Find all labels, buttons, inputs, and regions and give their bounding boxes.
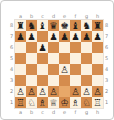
coord-label: f [70,109,81,115]
coord-label: 7 [9,31,14,42]
square-g8[interactable]: ♞ [81,20,92,31]
square-d6[interactable] [48,42,59,53]
coord-label: g [81,13,92,19]
square-b5[interactable] [26,53,37,64]
square-b6[interactable] [26,42,37,53]
square-d4[interactable] [48,64,59,75]
coord-label: 5 [9,53,14,64]
square-b7[interactable]: ♟ [26,31,37,42]
black-pawn-c6: ♟ [38,42,47,53]
square-f7[interactable]: ♟ [70,31,81,42]
coord-label: a [15,109,26,115]
square-e6[interactable] [59,42,70,53]
square-e1[interactable]: ♔ [59,97,70,108]
white-pawn-e4: ♙ [60,64,69,75]
square-f6[interactable] [70,42,81,53]
coord-label: 1 [9,97,14,108]
black-bishop-c8: ♝ [38,20,47,31]
square-h2[interactable]: ♙ [92,86,103,97]
square-g2[interactable]: ♙ [81,86,92,97]
square-a4[interactable] [15,64,26,75]
square-d2[interactable]: ♙ [48,86,59,97]
white-bishop-f1: ♗ [71,97,80,108]
square-h1[interactable]: ♖ [92,97,103,108]
white-bishop-c1: ♗ [38,97,47,108]
black-queen-d8: ♛ [49,20,58,31]
square-c5[interactable] [37,53,48,64]
square-h4[interactable] [92,64,103,75]
white-rook-a1: ♖ [16,97,25,108]
square-a6[interactable] [15,42,26,53]
square-a1[interactable]: ♖ [15,97,26,108]
black-pawn-d7: ♟ [49,31,58,42]
white-queen-d1: ♕ [49,97,58,108]
square-c8[interactable]: ♝ [37,20,48,31]
coord-label: 6 [9,42,14,53]
coord-label: d [48,109,59,115]
black-pawn-g7: ♟ [82,31,91,42]
square-d8[interactable]: ♛ [48,20,59,31]
square-h7[interactable]: ♟ [92,31,103,42]
black-rook-a8: ♜ [16,20,25,31]
coord-label: 3 [9,75,14,86]
square-f8[interactable]: ♝ [70,20,81,31]
black-pawn-e7: ♟ [60,31,69,42]
white-knight-b1: ♘ [27,97,36,108]
white-knight-g1: ♘ [82,97,91,108]
white-pawn-c2: ♙ [38,86,47,97]
chess-board[interactable]: ♜♞♝♛♚♝♞♜♟♟♟♟♟♟♟♟♙♙♙♙♙♙♙♙♖♘♗♕♔♗♘♖ [15,20,103,108]
coord-label: 6 [104,42,109,53]
square-b8[interactable]: ♞ [26,20,37,31]
white-king-e1: ♔ [60,97,69,108]
coord-label: a [15,13,26,19]
file-labels-bottom: abcdefgh [15,109,103,115]
square-f4[interactable] [70,64,81,75]
square-h8[interactable]: ♜ [92,20,103,31]
rank-labels-right: 87654321 [104,20,109,108]
black-king-e8: ♚ [60,20,69,31]
square-d7[interactable]: ♟ [48,31,59,42]
square-e4[interactable]: ♙ [59,64,70,75]
square-g1[interactable]: ♘ [81,97,92,108]
white-pawn-f2: ♙ [71,86,80,97]
black-pawn-f7: ♟ [71,31,80,42]
coord-label: b [26,13,37,19]
coord-label: 2 [9,86,14,97]
black-knight-b8: ♞ [27,20,36,31]
white-pawn-h2: ♙ [93,86,102,97]
square-c6[interactable]: ♟ [37,42,48,53]
square-c1[interactable]: ♗ [37,97,48,108]
black-bishop-f8: ♝ [71,20,80,31]
square-b2[interactable]: ♙ [26,86,37,97]
square-a5[interactable] [15,53,26,64]
coord-label: h [92,109,103,115]
black-pawn-a7: ♟ [16,31,25,42]
square-g6[interactable] [81,42,92,53]
square-c2[interactable]: ♙ [37,86,48,97]
coord-label: e [59,109,70,115]
coord-label: 1 [104,97,109,108]
square-g3[interactable] [81,75,92,86]
square-a3[interactable] [15,75,26,86]
square-e7[interactable]: ♟ [59,31,70,42]
square-d1[interactable]: ♕ [48,97,59,108]
black-pawn-b7: ♟ [27,31,36,42]
square-h3[interactable] [92,75,103,86]
square-g5[interactable] [81,53,92,64]
black-knight-g8: ♞ [82,20,91,31]
square-f1[interactable]: ♗ [70,97,81,108]
square-e2[interactable] [59,86,70,97]
coord-label: h [92,13,103,19]
square-h5[interactable] [92,53,103,64]
square-f5[interactable] [70,53,81,64]
square-c4[interactable] [37,64,48,75]
square-e3[interactable] [59,75,70,86]
square-a2[interactable]: ♙ [15,86,26,97]
square-h6[interactable] [92,42,103,53]
square-f3[interactable] [70,75,81,86]
coord-label: f [70,13,81,19]
coord-label: 8 [9,20,14,31]
rank-labels-left: 87654321 [9,20,14,108]
coord-label: 3 [104,75,109,86]
coord-label: 7 [104,31,109,42]
black-rook-h8: ♜ [93,20,102,31]
coord-label: 5 [104,53,109,64]
coord-label: g [81,109,92,115]
coord-label: 2 [104,86,109,97]
square-d3[interactable] [48,75,59,86]
white-pawn-g2: ♙ [82,86,91,97]
white-pawn-a2: ♙ [16,86,25,97]
coord-label: c [37,13,48,19]
coord-label: e [59,13,70,19]
file-labels-top: abcdefgh [15,13,103,19]
coord-label: c [37,109,48,115]
white-pawn-b2: ♙ [27,86,36,97]
square-a8[interactable]: ♜ [15,20,26,31]
coord-label: d [48,13,59,19]
square-b4[interactable] [26,64,37,75]
square-g7[interactable]: ♟ [81,31,92,42]
white-rook-h1: ♖ [93,97,102,108]
coord-label: 4 [104,64,109,75]
square-c7[interactable] [37,31,48,42]
square-d5[interactable] [48,53,59,64]
square-a7[interactable]: ♟ [15,31,26,42]
chess-board-widget: abcdefgh 87654321 ♜♞♝♛♚♝♞♜♟♟♟♟♟♟♟♟♙♙♙♙♙♙… [0,0,114,120]
coord-label: 4 [9,64,14,75]
square-e5[interactable] [59,53,70,64]
square-f2[interactable]: ♙ [70,86,81,97]
square-e8[interactable]: ♚ [59,20,70,31]
black-pawn-h7: ♟ [93,31,102,42]
square-b3[interactable] [26,75,37,86]
coord-label: 8 [104,20,109,31]
square-g4[interactable] [81,64,92,75]
square-c3[interactable] [37,75,48,86]
square-b1[interactable]: ♘ [26,97,37,108]
white-pawn-d2: ♙ [49,86,58,97]
coord-label: b [26,109,37,115]
